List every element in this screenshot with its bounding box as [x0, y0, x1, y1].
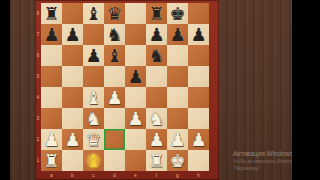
square-a7[interactable]: ♟	[41, 24, 62, 45]
square-b1[interactable]	[62, 150, 83, 171]
square-g3[interactable]	[167, 108, 188, 129]
piece-bb-c8[interactable]: ♝	[85, 3, 101, 24]
file-label-b: b	[62, 171, 83, 180]
file-label-a: a	[41, 171, 62, 180]
piece-bn-f6[interactable]: ♞	[148, 45, 164, 66]
piece-wp-a2[interactable]: ♟	[43, 129, 59, 150]
square-b6[interactable]	[62, 45, 83, 66]
piece-br-f8[interactable]: ♜	[148, 3, 164, 24]
square-a1[interactable]: ♜	[41, 150, 62, 171]
piece-bp-g7[interactable]: ♟	[169, 24, 185, 45]
watermark-title: Активация Windows	[233, 150, 292, 157]
square-b5[interactable]	[62, 66, 83, 87]
square-e7[interactable]	[125, 24, 146, 45]
file-label-d: d	[104, 171, 125, 180]
square-h6[interactable]	[188, 45, 209, 66]
board-grid: ♜♝♛♜♚♟♟♞♟♟♟♟♝♞♟♝♟♞♟♞♟♟♛♟♟♟♜♝♜♚	[41, 3, 209, 171]
square-f4[interactable]	[146, 87, 167, 108]
chess-board: 87654321 abcdefgh ♜♝♛♜♚♟♟♞♟♟♟♟♝♞♟♝♟♞♟♞♟♟…	[35, 0, 219, 180]
square-a4[interactable]	[41, 87, 62, 108]
square-f7[interactable]: ♟	[146, 24, 167, 45]
square-f8[interactable]: ♜	[146, 3, 167, 24]
piece-bp-h7[interactable]: ♟	[190, 24, 206, 45]
square-g5[interactable]	[167, 66, 188, 87]
square-c1[interactable]: ♝	[83, 150, 104, 171]
square-a6[interactable]	[41, 45, 62, 66]
piece-bk-g8[interactable]: ♚	[169, 3, 185, 24]
square-c2[interactable]: ♛	[83, 129, 104, 150]
square-e1[interactable]	[125, 150, 146, 171]
file-label-h: h	[188, 171, 209, 180]
square-c8[interactable]: ♝	[83, 3, 104, 24]
square-h3[interactable]	[188, 108, 209, 129]
piece-bn-d7[interactable]: ♞	[106, 24, 122, 45]
piece-bp-e5[interactable]: ♟	[127, 66, 143, 87]
piece-wp-b2[interactable]: ♟	[64, 129, 80, 150]
square-e5[interactable]: ♟	[125, 66, 146, 87]
square-f5[interactable]	[146, 66, 167, 87]
square-a8[interactable]: ♜	[41, 3, 62, 24]
piece-wb-c4[interactable]: ♝	[85, 87, 101, 108]
watermark-line1: Чтобы активировать Windows, перейдите в	[233, 159, 292, 164]
piece-wq-c2[interactable]: ♛	[85, 129, 101, 150]
square-d5[interactable]	[104, 66, 125, 87]
square-d2[interactable]	[104, 129, 125, 150]
piece-wp-d4[interactable]: ♟	[106, 87, 122, 108]
piece-wp-h2[interactable]: ♟	[190, 129, 206, 150]
piece-wr-a1[interactable]: ♜	[43, 150, 59, 171]
square-h1[interactable]	[188, 150, 209, 171]
square-c3[interactable]: ♞	[83, 108, 104, 129]
piece-wb-c1[interactable]: ♝	[85, 150, 101, 171]
square-a2[interactable]: ♟	[41, 129, 62, 150]
square-e2[interactable]	[125, 129, 146, 150]
file-label-c: c	[83, 171, 104, 180]
square-e4[interactable]	[125, 87, 146, 108]
piece-wr-f1[interactable]: ♜	[148, 150, 164, 171]
file-label-g: g	[167, 171, 188, 180]
piece-bp-b7[interactable]: ♟	[64, 24, 80, 45]
piece-wn-c3[interactable]: ♞	[85, 108, 101, 129]
piece-wp-g2[interactable]: ♟	[169, 129, 185, 150]
piece-wp-f2[interactable]: ♟	[148, 129, 164, 150]
piece-wn-f3[interactable]: ♞	[148, 108, 164, 129]
piece-bp-f7[interactable]: ♟	[148, 24, 164, 45]
square-d3[interactable]	[104, 108, 125, 129]
square-c6[interactable]: ♟	[83, 45, 104, 66]
square-h2[interactable]: ♟	[188, 129, 209, 150]
square-a3[interactable]	[41, 108, 62, 129]
square-b3[interactable]	[62, 108, 83, 129]
square-g1[interactable]: ♚	[167, 150, 188, 171]
watermark-line2: "Параметры".	[233, 166, 292, 171]
square-f6[interactable]: ♞	[146, 45, 167, 66]
square-f3[interactable]: ♞	[146, 108, 167, 129]
piece-wp-e3[interactable]: ♟	[127, 108, 143, 129]
square-a5[interactable]	[41, 66, 62, 87]
file-labels: abcdefgh	[41, 171, 209, 180]
square-h7[interactable]: ♟	[188, 24, 209, 45]
square-c5[interactable]	[83, 66, 104, 87]
square-h4[interactable]	[188, 87, 209, 108]
file-label-e: e	[125, 171, 146, 180]
square-h5[interactable]	[188, 66, 209, 87]
square-f2[interactable]: ♟	[146, 129, 167, 150]
windows-activation-watermark: Активация Windows Чтобы активировать Win…	[233, 150, 292, 171]
square-d8[interactable]: ♛	[104, 3, 125, 24]
square-b8[interactable]	[62, 3, 83, 24]
square-b7[interactable]: ♟	[62, 24, 83, 45]
square-g2[interactable]: ♟	[167, 129, 188, 150]
square-c4[interactable]: ♝	[83, 87, 104, 108]
piece-bp-c6[interactable]: ♟	[85, 45, 101, 66]
square-g4[interactable]	[167, 87, 188, 108]
square-g6[interactable]	[167, 45, 188, 66]
file-label-f: f	[146, 171, 167, 180]
piece-bb-d6[interactable]: ♝	[106, 45, 122, 66]
piece-bp-a7[interactable]: ♟	[43, 24, 59, 45]
square-d6[interactable]: ♝	[104, 45, 125, 66]
square-f1[interactable]: ♜	[146, 150, 167, 171]
square-d4[interactable]: ♟	[104, 87, 125, 108]
piece-bq-d8[interactable]: ♛	[106, 3, 122, 24]
square-d1[interactable]	[104, 150, 125, 171]
square-h8[interactable]	[188, 3, 209, 24]
piece-br-a8[interactable]: ♜	[43, 3, 59, 24]
square-b4[interactable]	[62, 87, 83, 108]
square-b2[interactable]: ♟	[62, 129, 83, 150]
square-e6[interactable]	[125, 45, 146, 66]
square-e3[interactable]: ♟	[125, 108, 146, 129]
square-e8[interactable]	[125, 3, 146, 24]
square-g7[interactable]: ♟	[167, 24, 188, 45]
square-d7[interactable]: ♞	[104, 24, 125, 45]
square-c7[interactable]	[83, 24, 104, 45]
piece-wk-g1[interactable]: ♚	[169, 150, 185, 171]
square-g8[interactable]: ♚	[167, 3, 188, 24]
